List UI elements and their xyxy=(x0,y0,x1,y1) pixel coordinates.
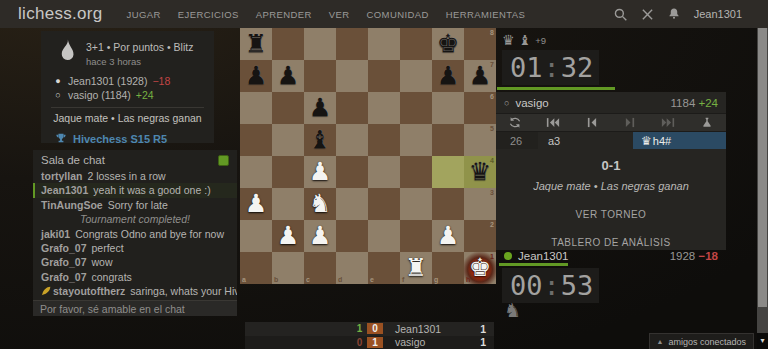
nav-links: JUGAR EJERCICIOS APRENDER VER COMUNIDAD … xyxy=(127,9,526,20)
chat-text: perfect xyxy=(92,242,124,254)
black-pawn-a7: ♟ xyxy=(240,60,272,92)
chat-message: jaki01Congrats Odno and bye for now xyxy=(33,227,237,241)
current-game-score[interactable]: 1 xyxy=(367,337,383,348)
square-e5[interactable] xyxy=(368,124,400,156)
blitz-flame-icon xyxy=(57,39,77,65)
nav-link-aprender[interactable]: APRENDER xyxy=(256,9,312,20)
search-icon[interactable] xyxy=(613,7,628,22)
captured-pieces-top: ♛♝+9 xyxy=(502,32,546,48)
square-c1[interactable]: c xyxy=(304,252,336,284)
clock-black-seconds: 32 xyxy=(561,52,594,83)
captured-pieces-bottom: ♞ xyxy=(504,299,521,321)
captured-white-bishop-icon: ♝ xyxy=(519,32,532,48)
chat-username[interactable]: tortyllan xyxy=(41,170,82,182)
chat-messages: tortyllan2 losses in a rowJean1301yeah i… xyxy=(33,168,237,300)
chat-text: Sorry for late xyxy=(108,199,168,211)
file-label-a: a xyxy=(242,276,246,283)
square-g3[interactable] xyxy=(432,188,464,220)
square-h5[interactable]: 5 xyxy=(464,124,496,156)
chat-text: Congrats Odno and bye for now xyxy=(75,228,224,240)
square-h2[interactable]: 2 xyxy=(464,220,496,252)
chat-text: saringa, whats your Hive name? xyxy=(130,285,237,297)
square-c2[interactable]: ♟ xyxy=(304,220,336,252)
file-label-f: f xyxy=(402,276,404,283)
white-rating: 1928 xyxy=(670,250,696,262)
chat-message: Grafo_07congrats xyxy=(33,270,237,284)
white-pawn-c2: ♟ xyxy=(304,220,336,252)
scrollbar-thumb[interactable] xyxy=(758,10,767,307)
crosstable-row-Jean1301[interactable]: 10Jean13011 xyxy=(245,322,494,336)
navbar-username[interactable]: Jean1301 xyxy=(694,8,742,20)
square-a2[interactable] xyxy=(240,220,272,252)
material-advantage: +9 xyxy=(535,35,546,46)
moves-panel: ○ vasigo 1184 +24 26 a3 ♛h4# 0-1 Jaque m… xyxy=(496,92,726,250)
black-color-icon: ○ xyxy=(53,88,63,102)
square-b3[interactable] xyxy=(272,188,304,220)
square-e3[interactable] xyxy=(368,188,400,220)
friends-online-bar[interactable]: ▲ amigos conectados xyxy=(649,333,754,349)
square-a5[interactable] xyxy=(240,124,272,156)
black-pawn-g7: ♟ xyxy=(432,60,464,92)
square-b4[interactable] xyxy=(272,156,304,188)
square-f6[interactable] xyxy=(400,92,432,124)
square-d6[interactable] xyxy=(336,92,368,124)
square-g2[interactable]: ♟ xyxy=(432,220,464,252)
white-progress-bar xyxy=(499,263,568,266)
chat-toggle[interactable] xyxy=(218,155,229,166)
previous-game-score[interactable]: 1 xyxy=(352,323,367,334)
black-rating: 1184 xyxy=(671,97,696,109)
square-a4[interactable] xyxy=(240,156,272,188)
clock-white-seconds: 53 xyxy=(561,270,594,301)
next-move-button[interactable] xyxy=(611,114,649,131)
friends-online-label: amigos conectados xyxy=(668,337,746,347)
black-player-name[interactable]: vasigo (1184) xyxy=(68,88,131,102)
chat-text: yeah it was a good one :) xyxy=(93,184,210,196)
square-f8[interactable] xyxy=(400,28,432,60)
chat-message: stayoutoftherzsaringa, whats your Hive n… xyxy=(33,284,237,298)
last-move-button[interactable] xyxy=(649,114,687,131)
square-h6[interactable]: 6 xyxy=(464,92,496,124)
square-g6[interactable] xyxy=(432,92,464,124)
square-d2[interactable] xyxy=(336,220,368,252)
white-knight-c3: ♞ xyxy=(304,188,336,220)
chat-message: Grafo_07perfect xyxy=(33,241,237,255)
nav-link-jugar[interactable]: JUGAR xyxy=(127,9,161,20)
flip-board-button[interactable] xyxy=(496,114,534,131)
captured-white-queen-icon: ♛ xyxy=(502,32,515,48)
square-d7[interactable] xyxy=(336,60,368,92)
square-f2[interactable] xyxy=(400,220,432,252)
square-c5[interactable]: ♝ xyxy=(304,124,336,156)
black-pawn-c6: ♟ xyxy=(304,92,336,124)
game-time-ago: hace 3 horas xyxy=(86,56,193,67)
rank-label-6: 6 xyxy=(490,93,494,100)
square-a1[interactable]: a xyxy=(240,252,272,284)
square-g8[interactable]: ♚ xyxy=(432,28,464,60)
black-offline-icon: ○ xyxy=(504,98,509,108)
white-player-row-name[interactable]: Jean1301 xyxy=(518,250,569,262)
expand-up-icon: ▲ xyxy=(657,338,664,345)
tournament-name: Hivechess S15 R5 xyxy=(73,133,167,145)
scrollbar-down-arrow[interactable]: ▾ xyxy=(757,333,768,349)
black-player-row: ○ vasigo 1184 +24 xyxy=(496,92,726,113)
chat-username[interactable]: Grafo_07 xyxy=(41,271,87,283)
file-label-b: b xyxy=(274,276,278,283)
chat-message: Grafo_07wow xyxy=(33,255,237,269)
chat-input[interactable]: Por favor, sé amable en el chat xyxy=(33,300,237,316)
square-g7[interactable]: ♟ xyxy=(432,60,464,92)
chat-system-message: Tournament completed! xyxy=(33,212,237,226)
square-f4[interactable] xyxy=(400,156,432,188)
previous-game-score[interactable]: 0 xyxy=(352,337,367,348)
view-tournament-button[interactable]: VER TORNEO xyxy=(496,209,726,220)
square-g1[interactable]: g xyxy=(432,252,464,284)
square-c8[interactable] xyxy=(304,28,336,60)
square-b6[interactable] xyxy=(272,92,304,124)
square-h4[interactable]: ♛4 xyxy=(464,156,496,188)
chat-message: Jean1301yeah it was a good one :) xyxy=(33,183,237,197)
rank-label-3: 3 xyxy=(490,189,494,196)
square-g5[interactable] xyxy=(432,124,464,156)
black-pawn-b7: ♟ xyxy=(272,60,304,92)
black-move-selected[interactable]: ♛h4# xyxy=(633,132,726,149)
file-label-h: h xyxy=(466,276,470,283)
tournament-link[interactable]: Hivechess S15 R5 xyxy=(51,133,204,145)
black-rook-a8: ♜ xyxy=(240,28,272,60)
move-controls xyxy=(496,113,726,132)
chat-message: tortyllan2 losses in a row xyxy=(33,169,237,183)
black-player-row-name[interactable]: vasigo xyxy=(515,97,548,109)
square-h8[interactable]: 8 xyxy=(464,28,496,60)
square-b2[interactable]: ♟ xyxy=(272,220,304,252)
square-h7[interactable]: ♟7 xyxy=(464,60,496,92)
square-a6[interactable] xyxy=(240,92,272,124)
chat-text: wow xyxy=(92,256,113,268)
file-label-d: d xyxy=(338,276,342,283)
move-number: 26 xyxy=(496,132,538,149)
white-rating-delta: −18 xyxy=(152,74,170,88)
queen-figurine-icon: ♛ xyxy=(641,134,652,148)
nav-link-herramientas[interactable]: HERRAMIENTAS xyxy=(446,9,526,20)
nav-link-ejercicios[interactable]: EJERCICIOS xyxy=(178,9,239,20)
chat-username[interactable]: Grafo_07 xyxy=(41,242,87,254)
white-pawn-a3: ♟ xyxy=(240,188,272,220)
chat-username[interactable]: Grafo_07 xyxy=(41,256,87,268)
square-e2[interactable] xyxy=(368,220,400,252)
crosstable-player-name[interactable]: vasigo xyxy=(395,336,466,348)
square-b5[interactable] xyxy=(272,124,304,156)
chat-title: Sala de chat xyxy=(41,154,105,166)
chat-panel: Sala de chat tortyllan2 losses in a rowJ… xyxy=(33,150,237,316)
black-king-g8: ♚ xyxy=(432,28,464,60)
white-pawn-b2: ♟ xyxy=(272,220,304,252)
clock-white: 00:53 xyxy=(502,268,599,303)
square-e7[interactable] xyxy=(368,60,400,92)
game-status-text: Jaque mate • Las negras ganan xyxy=(51,112,204,124)
black-player-line: ○ vasigo (1184) +24 xyxy=(53,88,204,102)
analysis-board-button[interactable]: TABLERO DE ANÁLISIS xyxy=(496,237,726,248)
chat-text: congrats xyxy=(92,271,132,283)
rank-label-8: 8 xyxy=(490,29,494,36)
black-bishop-c5: ♝ xyxy=(304,124,336,156)
square-d3[interactable] xyxy=(336,188,368,220)
chat-message: TinAungSoeSorry for late xyxy=(33,198,237,212)
clock-white-minutes: 00 xyxy=(510,270,543,301)
square-f7[interactable] xyxy=(400,60,432,92)
square-d4[interactable] xyxy=(336,156,368,188)
time-control-label: 3+1 • Por puntos • Blitz xyxy=(86,41,193,53)
current-game-score[interactable]: 0 xyxy=(367,323,383,334)
square-e6[interactable] xyxy=(368,92,400,124)
move-list-row: 26 a3 ♛h4# xyxy=(496,132,726,149)
square-b1[interactable]: b xyxy=(272,252,304,284)
white-player-line: ● Jean1301 (1928) −18 xyxy=(53,74,204,88)
square-h1[interactable]: ♚h1 xyxy=(464,252,496,284)
square-f5[interactable] xyxy=(400,124,432,156)
black-progress-bar xyxy=(497,87,615,90)
challenge-icon[interactable] xyxy=(641,8,654,21)
black-rating-delta: +24 xyxy=(136,88,154,102)
analysis-icon[interactable] xyxy=(688,114,726,131)
white-pawn-g2: ♟ xyxy=(432,220,464,252)
square-f1[interactable]: ♜f xyxy=(400,252,432,284)
crosstable-total: 1 xyxy=(466,336,486,348)
result-status-text: Jaque mate • Las negras ganan xyxy=(496,180,726,192)
square-d1[interactable]: d xyxy=(336,252,368,284)
file-label-e: e xyxy=(370,276,374,283)
game-meta-box: 3+1 • Por puntos • Blitz hace 3 horas ● … xyxy=(41,31,214,143)
square-h3[interactable]: 3 xyxy=(464,188,496,220)
square-d8[interactable] xyxy=(336,28,368,60)
chat-username[interactable]: TinAungSoe xyxy=(41,199,103,211)
trophy-icon xyxy=(55,133,67,145)
divider xyxy=(51,107,204,108)
clock-black: 01:32 xyxy=(502,50,599,85)
crosstable-total: 1 xyxy=(466,323,486,335)
rank-label-2: 2 xyxy=(490,221,494,228)
chess-board: ♜♚8♟♟♟♟7♟6♝5♟♛4♟♞3♟♟♟2abcde♜fg♚h1 xyxy=(240,28,496,284)
clock-black-minutes: 01 xyxy=(510,52,543,83)
square-a7[interactable]: ♟ xyxy=(240,60,272,92)
white-move[interactable]: a3 xyxy=(538,132,633,149)
captured-black-knight-icon: ♞ xyxy=(504,299,521,321)
crosstable: 10Jean1301101vasigo1 xyxy=(245,322,494,349)
crosstable-player-name[interactable]: Jean1301 xyxy=(395,323,466,335)
square-c3[interactable]: ♞ xyxy=(304,188,336,220)
white-player-name[interactable]: Jean1301 (1928) xyxy=(68,74,147,88)
notifications-bell-icon[interactable] xyxy=(667,7,681,21)
square-e8[interactable] xyxy=(368,28,400,60)
square-d5[interactable] xyxy=(336,124,368,156)
square-b7[interactable]: ♟ xyxy=(272,60,304,92)
square-f3[interactable] xyxy=(400,188,432,220)
top-navbar: lichess.org JUGAR EJERCICIOS APRENDER VE… xyxy=(0,0,768,28)
square-g4[interactable] xyxy=(432,156,464,188)
square-b8[interactable] xyxy=(272,28,304,60)
white-rook-f1: ♜ xyxy=(400,252,432,284)
chat-username[interactable]: jaki01 xyxy=(41,228,70,240)
crosstable-row-vasigo[interactable]: 01vasigo1 xyxy=(245,336,494,349)
previous-move-button[interactable] xyxy=(573,114,611,131)
white-delta: −18 xyxy=(698,250,718,262)
chat-username[interactable]: stayoutoftherz xyxy=(53,285,125,297)
chat-username[interactable]: Jean1301 xyxy=(41,184,88,196)
white-pawn-c4: ♟ xyxy=(304,156,336,188)
square-a3[interactable]: ♟ xyxy=(240,188,272,220)
file-label-g: g xyxy=(434,276,438,283)
white-player-row: Jean1301 1928 −18 xyxy=(496,249,726,263)
square-a8[interactable]: ♜ xyxy=(240,28,272,60)
rank-label-5: 5 xyxy=(490,125,494,132)
nav-link-ver[interactable]: VER xyxy=(329,9,350,20)
page-scrollbar: ▴ ▾ xyxy=(757,0,768,349)
rank-label-7: 7 xyxy=(490,61,494,68)
square-c4[interactable]: ♟ xyxy=(304,156,336,188)
rank-label-1: 1 xyxy=(490,253,494,260)
square-e4[interactable] xyxy=(368,156,400,188)
square-e1[interactable]: e xyxy=(368,252,400,284)
file-label-c: c xyxy=(306,276,310,283)
chat-text: 2 losses in a row xyxy=(87,170,165,182)
black-delta: +24 xyxy=(698,97,718,109)
square-c6[interactable]: ♟ xyxy=(304,92,336,124)
patron-feather-icon xyxy=(41,285,53,297)
game-result: 0-1 xyxy=(496,158,726,173)
nav-link-comunidad[interactable]: COMUNIDAD xyxy=(367,9,429,20)
first-move-button[interactable] xyxy=(534,114,572,131)
rank-label-4: 4 xyxy=(490,157,494,164)
online-dot-icon xyxy=(504,252,512,260)
lichess-logo[interactable]: lichess.org xyxy=(18,4,103,24)
square-c7[interactable] xyxy=(304,60,336,92)
white-color-icon: ● xyxy=(53,74,63,88)
